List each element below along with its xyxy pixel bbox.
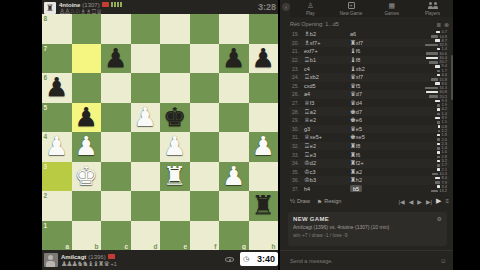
black-move[interactable]: ♜f8 [350, 143, 402, 149]
black-pawn[interactable]: ♟ [42, 73, 72, 103]
square-b1[interactable]: b [72, 221, 102, 251]
square-c3[interactable] [101, 162, 131, 192]
square-d3[interactable] [131, 162, 161, 192]
white-pawn[interactable]: ♟ [160, 132, 190, 162]
autoplay-icon[interactable]: ▶ [436, 197, 441, 205]
tab-label: Games [385, 11, 400, 16]
rank-label: 1 [44, 222, 48, 229]
black-move[interactable]: ♜f6 [350, 152, 402, 158]
new-game-title: NEW GAME [293, 216, 329, 222]
move-number: 36. [292, 177, 304, 183]
smiley-icon[interactable]: ☺ [440, 257, 447, 264]
black-move[interactable]: ♜f2+ [350, 160, 402, 166]
white-move[interactable]: g3 [304, 126, 350, 132]
square-f2[interactable] [190, 191, 220, 221]
top-player-bar: ♜ 4ntoine (1307) ♙♙♘♘♗♗♖♕ 3:28 [42, 0, 278, 14]
plus-square-icon: + [348, 2, 355, 10]
file-label: f [214, 243, 216, 250]
app-window: ♜ 4ntoine (1307) ♙♙♘♘♗♗♖♕ 3:28 87♟♟♟6♟5♟… [0, 0, 480, 270]
step-forward-icon[interactable]: ▶ [417, 198, 422, 205]
white-pawn[interactable]: ♟ [249, 132, 279, 162]
square-f1[interactable]: f [190, 221, 220, 251]
half-point-icon: ½ [290, 198, 295, 204]
black-move[interactable]: ♝f8 [350, 57, 402, 63]
move-times: 3.413.2 [431, 185, 449, 193]
file-label: e [183, 243, 187, 250]
resign-flag-icon: ⚑ [317, 198, 322, 205]
move-number: 26. [292, 91, 304, 97]
file-label: h [272, 243, 276, 250]
black-move[interactable]: ♝xb2 [350, 66, 402, 72]
square-a5[interactable]: 5 [42, 103, 72, 133]
square-d5[interactable]: ♟ [131, 103, 161, 133]
square-c7[interactable]: ♟ [101, 44, 131, 74]
white-move[interactable]: ♔c3 [304, 169, 350, 175]
black-pawn[interactable]: ♟ [219, 44, 249, 74]
square-e8[interactable] [160, 14, 190, 44]
square-f8[interactable] [190, 14, 220, 44]
rank-label: 8 [44, 15, 48, 22]
bottom-player-name[interactable]: Amilcagt [61, 254, 86, 260]
black-king[interactable]: ♚ [160, 103, 190, 133]
square-h1[interactable]: h [249, 221, 279, 251]
white-king[interactable]: ♚ [72, 162, 102, 192]
move-number: 20. [292, 40, 304, 46]
move-number: 29. [292, 117, 304, 123]
move-row: 20.♗xf7+♜xf78.732.9 [290, 39, 449, 48]
rank-label: 3 [44, 163, 48, 170]
top-player-clock: 3:28 [258, 2, 276, 12]
move-row: 26.a4♛d730.820.5 [290, 90, 449, 99]
chat-input[interactable]: Send a message. [290, 258, 333, 264]
black-move[interactable]: b5 [350, 185, 402, 192]
skip-end-icon[interactable]: ▶| [426, 198, 432, 205]
move-number: 34. [292, 160, 304, 166]
black-move[interactable]: ♝f6 [350, 48, 402, 54]
white-move[interactable]: h4 [304, 186, 350, 192]
move-row: 35.♔c3♜a22.110.3 [290, 168, 449, 177]
square-b7[interactable] [72, 44, 102, 74]
square-a4[interactable]: 4♟ [42, 132, 72, 162]
black-pawn[interactable]: ♟ [249, 44, 279, 74]
bottom-captured-pieces: ♟♟♟♞♞♝♝♜♛ [61, 260, 108, 267]
square-b5[interactable]: ♟ [72, 103, 102, 133]
square-f6[interactable] [190, 73, 220, 103]
opening-row: Réti Opening: 1...d5 ≣ ⊗ [290, 19, 449, 29]
country-flag-icon [108, 254, 115, 259]
black-move[interactable]: ♛f5 [350, 83, 402, 89]
white-move[interactable]: ♖e2 [304, 143, 350, 149]
square-b3[interactable]: ♚ [72, 162, 102, 192]
black-move[interactable]: ♛d7 [350, 91, 402, 97]
tab-new-game[interactable]: +New Game [331, 0, 372, 17]
bottom-player-rating: (1396) [88, 254, 105, 260]
grid-icon: ▦ [389, 2, 396, 10]
black-move[interactable]: ♛xf7 [350, 74, 402, 80]
board-column: ♜ 4ntoine (1307) ♙♙♘♘♗♗♖♕ 3:28 87♟♟♟6♟5♟… [42, 0, 278, 270]
file-label: a [65, 243, 69, 250]
square-e1[interactable]: e [160, 221, 190, 251]
move-row: 36.♔b3♜h28.47.9 [290, 176, 449, 185]
square-e7[interactable] [160, 44, 190, 74]
white-move[interactable]: ♕xe5+ [304, 134, 350, 140]
resign-button[interactable]: ⚑ Resign [317, 198, 342, 205]
pawn-icon: ♙ [307, 2, 313, 10]
move-number: 21. [292, 48, 304, 54]
square-c4[interactable] [101, 132, 131, 162]
avatar[interactable] [44, 253, 58, 267]
matchup-text: Amilcagt (1396) vs. 4ntoine (1307) (10 m… [293, 224, 442, 230]
square-b8[interactable] [72, 14, 102, 44]
move-number: 28. [292, 109, 304, 115]
move-number: 25. [292, 83, 304, 89]
top-player-rating: (1307) [82, 2, 99, 8]
white-pawn[interactable]: ♟ [42, 132, 72, 162]
square-c6[interactable] [101, 73, 131, 103]
move-number: 19. [292, 31, 304, 37]
move-row: 33.♖e3♜f61.62.8 [290, 150, 449, 159]
black-move[interactable]: ♜h2 [350, 177, 402, 183]
square-e3[interactable]: ♜ [160, 162, 190, 192]
square-e2[interactable] [160, 191, 190, 221]
black-move[interactable]: ♚d7 [350, 109, 402, 115]
bottom-player-clock: ◷ 3:40 [240, 252, 278, 266]
rank-label: 7 [44, 45, 48, 52]
move-row: 30.g3♛e50.81.2 [290, 125, 449, 134]
square-d8[interactable] [131, 14, 161, 44]
square-b4[interactable]: ♟ [72, 132, 102, 162]
square-h2[interactable]: ♜ [249, 191, 279, 221]
square-a1[interactable]: 1a [42, 221, 72, 251]
file-label: c [124, 243, 128, 250]
square-g5[interactable] [219, 103, 249, 133]
move-number: 33. [292, 152, 304, 158]
move-row: 23.c4♝xb29.41.7 [290, 64, 449, 73]
side-panel: ‹ ♙Play+New Game▦GamesPlayers Réti Openi… [280, 0, 453, 270]
connection-bars-icon [111, 2, 122, 7]
move-number: 24. [292, 74, 304, 80]
file-label: b [95, 243, 99, 250]
white-move[interactable]: ♕e2 [304, 117, 350, 123]
square-h6[interactable] [249, 73, 279, 103]
square-c8[interactable] [101, 14, 131, 44]
tab-play[interactable]: ♙Play [290, 0, 331, 17]
move-number: 30. [292, 126, 304, 132]
tab-label: New Game [340, 11, 363, 16]
black-move[interactable]: ♜xf7 [350, 40, 402, 46]
move-row: 28.♖a2♚d74.21.4 [290, 107, 449, 116]
square-h8[interactable] [249, 14, 279, 44]
square-f4[interactable] [190, 132, 220, 162]
bottom-player-bar: Amilcagt (1396) ♟♟♟♞♞♝♝♜♛ +1 ◷ 3:40 [42, 250, 278, 270]
black-move[interactable]: ♜a2 [350, 169, 402, 175]
move-number: 35. [292, 169, 304, 175]
white-move[interactable]: ♔d2 [304, 160, 350, 166]
move-row: 22.♖b1♝f830.420.7 [290, 56, 449, 65]
white-pawn[interactable]: ♟ [72, 132, 102, 162]
square-d6[interactable] [131, 73, 161, 103]
tab-players[interactable]: Players [412, 0, 453, 17]
file-label: d [154, 243, 158, 250]
square-a7[interactable]: 7 [42, 44, 72, 74]
move-row: 32.♖e2♜f82.31.4 [290, 142, 449, 151]
move-number: 37. [292, 186, 304, 192]
square-c5[interactable] [101, 103, 131, 133]
avatar[interactable]: ♜ [44, 2, 56, 14]
step-back-icon[interactable]: ◀ [409, 198, 414, 205]
square-a3[interactable]: 3 [42, 162, 72, 192]
people-icon [428, 2, 438, 10]
move-row: 37.h4b53.413.2 [290, 185, 449, 193]
white-pawn[interactable]: ♟ [131, 103, 161, 133]
material-lead: +1 [110, 261, 116, 267]
move-row: 19.♗b2a64.714.8 [290, 30, 449, 39]
square-b2[interactable] [72, 191, 102, 221]
move-row: 34.♔d2♜f2+3.21.7 [290, 159, 449, 168]
square-g8[interactable] [219, 14, 249, 44]
square-h3[interactable] [249, 162, 279, 192]
eye-icon[interactable] [225, 257, 234, 262]
close-circle-icon[interactable]: ⊗ [444, 21, 449, 28]
move-row: 21.exf7+♝f61.430.6 [290, 47, 449, 56]
opening-name: Réti Opening: 1...d5 [290, 21, 339, 27]
country-flag-icon [102, 2, 109, 7]
square-g4[interactable] [219, 132, 249, 162]
rank-label: 5 [44, 104, 48, 111]
square-a2[interactable]: 2 [42, 191, 72, 221]
square-d1[interactable]: d [131, 221, 161, 251]
black-rook[interactable]: ♜ [249, 191, 279, 221]
clock-icon: ◷ [243, 255, 249, 263]
playback-controls: |◀◀▶▶|▶≡ [398, 197, 449, 205]
square-d7[interactable] [131, 44, 161, 74]
square-g1[interactable]: g [219, 221, 249, 251]
square-e6[interactable] [160, 73, 190, 103]
move-number: 23. [292, 66, 304, 72]
white-move[interactable]: ♗xf7+ [304, 40, 350, 46]
square-g7[interactable]: ♟ [219, 44, 249, 74]
black-move[interactable]: a6 [350, 31, 402, 37]
square-f5[interactable] [190, 103, 220, 133]
square-d2[interactable] [131, 191, 161, 221]
white-rook[interactable]: ♜ [160, 162, 190, 192]
new-game-panel: NEW GAME ⚙ Amilcagt (1396) vs. 4ntoine (… [288, 212, 447, 246]
square-e5[interactable]: ♚ [160, 103, 190, 133]
square-a8[interactable]: 8 [42, 14, 72, 44]
black-pawn[interactable]: ♟ [72, 103, 102, 133]
move-number: 27. [292, 100, 304, 106]
rating-odds-text: win +7 / draw -1 / lose -9 [293, 232, 442, 238]
file-label: g [242, 243, 246, 250]
square-e4[interactable]: ♟ [160, 132, 190, 162]
square-h5[interactable] [249, 103, 279, 133]
white-pawn[interactable]: ♟ [219, 162, 249, 192]
white-move[interactable]: a4 [304, 91, 350, 97]
square-g6[interactable] [219, 73, 249, 103]
white-move[interactable]: ♗b2 [304, 31, 350, 37]
square-c1[interactable]: c [101, 221, 131, 251]
tab-bar: ♙Play+New Game▦GamesPlayers [290, 0, 453, 17]
white-move[interactable]: ♖b1 [304, 57, 350, 63]
square-g3[interactable]: ♟ [219, 162, 249, 192]
black-move[interactable]: ♚e6 [350, 117, 402, 123]
white-move[interactable]: exf7+ [304, 48, 350, 54]
menu-icon[interactable]: ≡ [445, 198, 449, 204]
scrollbar-thumb[interactable] [451, 55, 453, 100]
move-number: 22. [292, 57, 304, 63]
square-c2[interactable] [101, 191, 131, 221]
square-f7[interactable] [190, 44, 220, 74]
black-move[interactable]: ♚xe5 [350, 134, 402, 140]
white-move[interactable]: ♖xb2 [304, 74, 350, 80]
square-b6[interactable] [72, 73, 102, 103]
move-row: 24.♖xb2♛xf74.415.8 [290, 73, 449, 82]
move-row: 25.cxd5♛f58.634.3 [290, 82, 449, 91]
white-move[interactable]: c4 [304, 66, 350, 72]
list-icon[interactable]: ≣ [436, 21, 441, 28]
white-move[interactable]: cxd5 [304, 83, 350, 89]
square-d4[interactable] [131, 132, 161, 162]
white-move[interactable]: ♕f3 [304, 100, 350, 106]
white-move[interactable]: ♔b3 [304, 177, 350, 183]
tab-label: Players [425, 11, 440, 16]
move-list[interactable]: 19.♗b2a64.714.820.♗xf7+♜xf78.732.921.exf… [290, 30, 449, 193]
avatar-piece-icon: ♜ [46, 4, 54, 13]
square-f3[interactable] [190, 162, 220, 192]
move-number: 32. [292, 143, 304, 149]
gear-icon[interactable]: ⚙ [437, 215, 442, 222]
collapse-panel-button[interactable]: ‹ [282, 3, 290, 11]
black-move[interactable]: ♛d4 [350, 100, 402, 106]
draw-button[interactable]: ½ Draw [290, 198, 310, 204]
square-g2[interactable] [219, 191, 249, 221]
tab-games[interactable]: ▦Games [372, 0, 413, 17]
black-move[interactable]: ♛e5 [350, 126, 402, 132]
game-actions: ½ Draw ⚑ Resign |◀◀▶▶|▶≡ [290, 195, 449, 207]
chess-board[interactable]: 87♟♟♟6♟5♟♟♚4♟♟♟♟3♚♜♟2♜1abcdefgh [42, 14, 278, 250]
black-pawn[interactable]: ♟ [101, 44, 131, 74]
white-move[interactable]: ♖a2 [304, 109, 350, 115]
white-move[interactable]: ♖e3 [304, 152, 350, 158]
square-h4[interactable]: ♟ [249, 132, 279, 162]
skip-start-icon[interactable]: |◀ [398, 198, 404, 205]
chat-bar: Send a message. ☺ [280, 250, 453, 270]
square-a6[interactable]: 6♟ [42, 73, 72, 103]
top-player-name[interactable]: 4ntoine [59, 2, 80, 8]
move-row: 31.♕xe5+♚xe51.82.6 [290, 133, 449, 142]
rank-label: 2 [44, 192, 48, 199]
move-row: 27.♕f3♛d49.31.9 [290, 99, 449, 108]
move-row: 29.♕e2♚e68.91.5 [290, 116, 449, 125]
tab-label: Play [306, 11, 315, 16]
move-number: 31. [292, 134, 304, 140]
square-h7[interactable]: ♟ [249, 44, 279, 74]
